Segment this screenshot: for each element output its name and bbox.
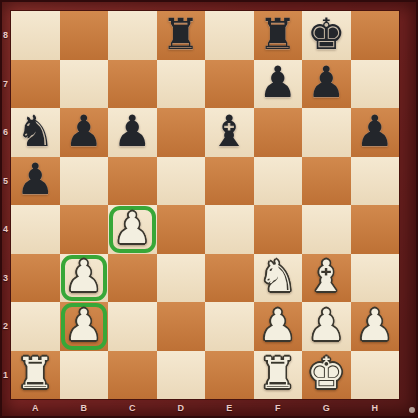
- chess-board: ♜♜♚♟♟♞♟♟♝♟♟♟♟♞♝♟♟♟♟♜♜♚: [11, 11, 399, 399]
- square-e6[interactable]: ♝: [205, 108, 254, 157]
- square-b7[interactable]: [60, 60, 109, 109]
- square-c3[interactable]: [108, 254, 157, 303]
- square-g5[interactable]: [302, 157, 351, 206]
- square-a7[interactable]: [11, 60, 60, 109]
- square-b3[interactable]: ♟: [60, 254, 109, 303]
- white-king[interactable]: ♚: [307, 352, 346, 395]
- square-c1[interactable]: [108, 351, 157, 400]
- rank-label-6: 6: [0, 108, 11, 157]
- square-d5[interactable]: [157, 157, 206, 206]
- square-g8[interactable]: ♚: [302, 11, 351, 60]
- square-e3[interactable]: [205, 254, 254, 303]
- corner-dot: [409, 407, 415, 413]
- square-b8[interactable]: [60, 11, 109, 60]
- white-pawn[interactable]: ♟: [64, 255, 103, 298]
- black-pawn[interactable]: ♟: [64, 110, 103, 153]
- rank-label-5: 5: [0, 157, 11, 206]
- square-e8[interactable]: [205, 11, 254, 60]
- black-rook[interactable]: ♜: [161, 13, 200, 56]
- square-f7[interactable]: ♟: [254, 60, 303, 109]
- file-label-c: C: [108, 401, 157, 415]
- square-f3[interactable]: ♞: [254, 254, 303, 303]
- square-b6[interactable]: ♟: [60, 108, 109, 157]
- white-knight[interactable]: ♞: [258, 255, 297, 298]
- square-b4[interactable]: [60, 205, 109, 254]
- square-f2[interactable]: ♟: [254, 302, 303, 351]
- square-h6[interactable]: ♟: [351, 108, 400, 157]
- square-f6[interactable]: [254, 108, 303, 157]
- black-pawn[interactable]: ♟: [355, 110, 394, 153]
- square-g6[interactable]: [302, 108, 351, 157]
- rank-label-8: 8: [0, 11, 11, 60]
- rank-labels: 87654321: [0, 11, 11, 399]
- square-g4[interactable]: [302, 205, 351, 254]
- square-h7[interactable]: [351, 60, 400, 109]
- square-e4[interactable]: [205, 205, 254, 254]
- board-frame: 87654321 ABCDEFGH ♜♜♚♟♟♞♟♟♝♟♟♟♟♞♝♟♟♟♟♜♜♚: [0, 0, 418, 418]
- square-a1[interactable]: ♜: [11, 351, 60, 400]
- square-d1[interactable]: [157, 351, 206, 400]
- black-bishop[interactable]: ♝: [210, 110, 249, 153]
- black-pawn[interactable]: ♟: [307, 61, 346, 104]
- file-label-a: A: [11, 401, 60, 415]
- square-e5[interactable]: [205, 157, 254, 206]
- black-pawn[interactable]: ♟: [16, 158, 55, 201]
- file-label-d: D: [157, 401, 206, 415]
- square-a6[interactable]: ♞: [11, 108, 60, 157]
- square-d8[interactable]: ♜: [157, 11, 206, 60]
- black-pawn[interactable]: ♟: [258, 61, 297, 104]
- rank-label-3: 3: [0, 254, 11, 303]
- square-h3[interactable]: [351, 254, 400, 303]
- square-a4[interactable]: [11, 205, 60, 254]
- square-f4[interactable]: [254, 205, 303, 254]
- square-e1[interactable]: [205, 351, 254, 400]
- square-a3[interactable]: [11, 254, 60, 303]
- white-pawn[interactable]: ♟: [64, 304, 103, 347]
- file-label-h: H: [351, 401, 400, 415]
- black-knight[interactable]: ♞: [16, 110, 55, 153]
- square-e7[interactable]: [205, 60, 254, 109]
- file-label-f: F: [254, 401, 303, 415]
- square-g3[interactable]: ♝: [302, 254, 351, 303]
- square-h4[interactable]: [351, 205, 400, 254]
- square-d7[interactable]: [157, 60, 206, 109]
- rank-label-2: 2: [0, 302, 11, 351]
- white-pawn[interactable]: ♟: [355, 304, 394, 347]
- square-b5[interactable]: [60, 157, 109, 206]
- white-pawn[interactable]: ♟: [307, 304, 346, 347]
- square-g2[interactable]: ♟: [302, 302, 351, 351]
- file-label-g: G: [302, 401, 351, 415]
- file-label-e: E: [205, 401, 254, 415]
- white-rook[interactable]: ♜: [16, 352, 55, 395]
- square-d3[interactable]: [157, 254, 206, 303]
- file-label-b: B: [60, 401, 109, 415]
- square-c6[interactable]: ♟: [108, 108, 157, 157]
- square-g7[interactable]: ♟: [302, 60, 351, 109]
- square-c2[interactable]: [108, 302, 157, 351]
- square-e2[interactable]: [205, 302, 254, 351]
- rank-label-4: 4: [0, 205, 11, 254]
- square-a8[interactable]: [11, 11, 60, 60]
- square-c5[interactable]: [108, 157, 157, 206]
- file-labels: ABCDEFGH: [11, 401, 399, 415]
- square-f5[interactable]: [254, 157, 303, 206]
- black-rook[interactable]: ♜: [258, 13, 297, 56]
- rank-label-1: 1: [0, 351, 11, 400]
- square-g1[interactable]: ♚: [302, 351, 351, 400]
- square-f8[interactable]: ♜: [254, 11, 303, 60]
- white-bishop[interactable]: ♝: [307, 255, 346, 298]
- square-d4[interactable]: [157, 205, 206, 254]
- white-pawn[interactable]: ♟: [113, 207, 152, 250]
- square-c7[interactable]: [108, 60, 157, 109]
- square-b1[interactable]: [60, 351, 109, 400]
- black-pawn[interactable]: ♟: [113, 110, 152, 153]
- white-rook[interactable]: ♜: [258, 352, 297, 395]
- square-c8[interactable]: [108, 11, 157, 60]
- rank-label-7: 7: [0, 60, 11, 109]
- square-h5[interactable]: [351, 157, 400, 206]
- square-c4[interactable]: ♟: [108, 205, 157, 254]
- square-h1[interactable]: [351, 351, 400, 400]
- square-a5[interactable]: ♟: [11, 157, 60, 206]
- square-b2[interactable]: ♟: [60, 302, 109, 351]
- square-d2[interactable]: [157, 302, 206, 351]
- white-pawn[interactable]: ♟: [258, 304, 297, 347]
- square-h2[interactable]: ♟: [351, 302, 400, 351]
- square-f1[interactable]: ♜: [254, 351, 303, 400]
- square-h8[interactable]: [351, 11, 400, 60]
- square-d6[interactable]: [157, 108, 206, 157]
- square-a2[interactable]: [11, 302, 60, 351]
- black-king[interactable]: ♚: [307, 13, 346, 56]
